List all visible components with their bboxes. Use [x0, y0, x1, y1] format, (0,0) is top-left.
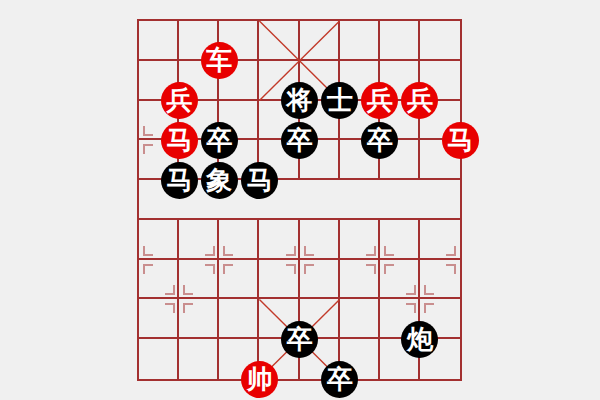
black-pawn[interactable]: 卒	[361, 122, 398, 159]
red-horse[interactable]: 马	[161, 122, 198, 159]
black-general[interactable]: 将	[281, 82, 318, 119]
black-pawn[interactable]: 卒	[281, 122, 318, 159]
red-pawn[interactable]: 兵	[401, 82, 438, 119]
red-pawn[interactable]: 兵	[161, 82, 198, 119]
red-pawn[interactable]: 兵	[361, 82, 398, 119]
black-pawn[interactable]: 卒	[321, 361, 358, 398]
red-chariot[interactable]: 车	[201, 42, 238, 79]
black-cannon[interactable]: 炮	[401, 321, 438, 358]
black-horse[interactable]: 马	[161, 162, 198, 199]
black-pawn[interactable]: 卒	[281, 321, 318, 358]
black-advisor[interactable]: 士	[321, 82, 358, 119]
xiangqi-board[interactable]: 车兵兵兵马马帅将士卒卒卒马象马卒炮卒	[137, 19, 462, 381]
black-elephant[interactable]: 象	[201, 162, 238, 199]
black-pawn[interactable]: 卒	[201, 122, 238, 159]
black-horse[interactable]: 马	[241, 162, 278, 199]
red-general[interactable]: 帅	[241, 361, 278, 398]
pieces-layer: 车兵兵兵马马帅将士卒卒卒马象马卒炮卒	[139, 21, 460, 379]
page-root: 车兵兵兵马马帅将士卒卒卒马象马卒炮卒	[0, 0, 600, 400]
red-horse[interactable]: 马	[442, 122, 479, 159]
